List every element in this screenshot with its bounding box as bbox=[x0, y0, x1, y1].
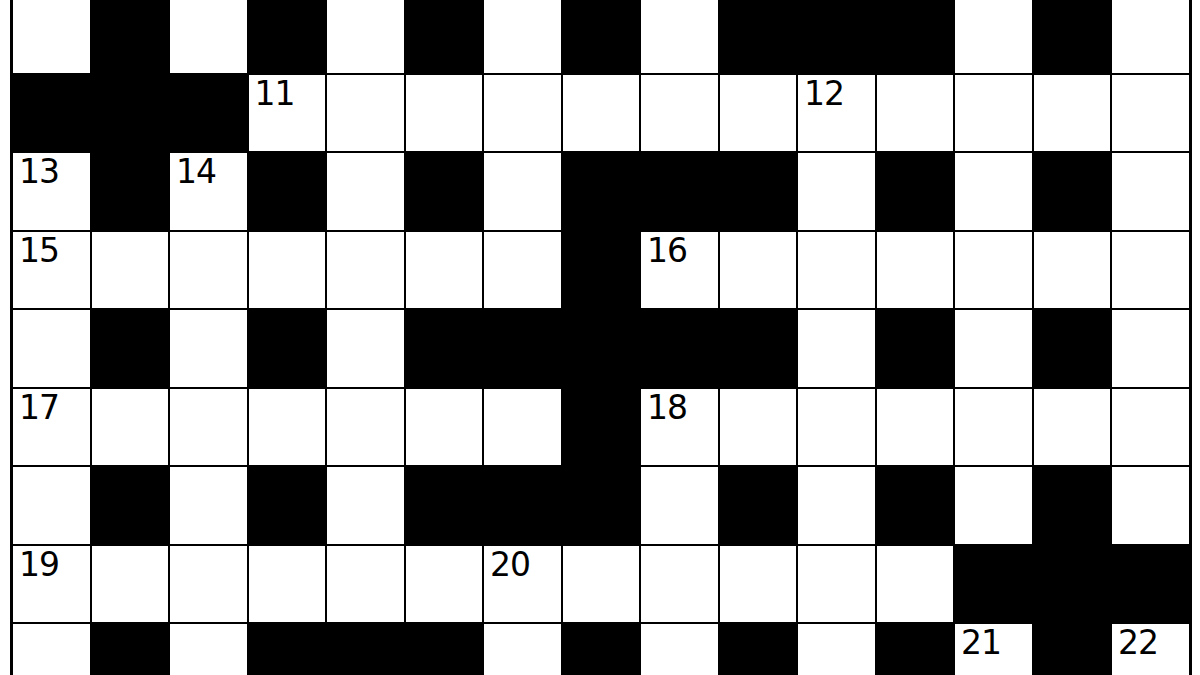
clue-number: 21 bbox=[961, 626, 1001, 659]
cell-r5c15[interactable] bbox=[1112, 310, 1189, 387]
cell-r9c13[interactable]: 21 bbox=[955, 624, 1032, 675]
cell-r1c3[interactable] bbox=[170, 0, 247, 73]
cell-r3c5[interactable] bbox=[327, 153, 404, 230]
cell-r5c7-block bbox=[484, 310, 561, 387]
cell-r2c15[interactable] bbox=[1112, 75, 1189, 152]
cell-r5c4-block bbox=[249, 310, 326, 387]
cell-r2c14[interactable] bbox=[1034, 75, 1111, 152]
cell-r6c8-block bbox=[563, 389, 640, 466]
cell-r8c9[interactable] bbox=[641, 546, 718, 623]
clue-number: 20 bbox=[490, 548, 530, 581]
cell-r6c14[interactable] bbox=[1034, 389, 1111, 466]
cell-r1c9[interactable] bbox=[641, 0, 718, 73]
cell-r7c8-block bbox=[563, 467, 640, 544]
cell-r9c1[interactable] bbox=[13, 624, 90, 675]
cell-r6c3[interactable] bbox=[170, 389, 247, 466]
cell-r1c15[interactable] bbox=[1112, 0, 1189, 73]
cell-r9c6-block bbox=[406, 624, 483, 675]
cell-r8c7[interactable]: 20 bbox=[484, 546, 561, 623]
cell-r9c5-block bbox=[327, 624, 404, 675]
cell-r2c7[interactable] bbox=[484, 75, 561, 152]
cell-r4c1[interactable]: 15 bbox=[13, 232, 90, 309]
clue-number: 19 bbox=[19, 548, 59, 581]
cell-r8c5[interactable] bbox=[327, 546, 404, 623]
cell-r2c11[interactable]: 12 bbox=[798, 75, 875, 152]
cell-r9c3[interactable] bbox=[170, 624, 247, 675]
clue-number: 13 bbox=[19, 155, 59, 188]
cell-r4c11[interactable] bbox=[798, 232, 875, 309]
clue-number: 15 bbox=[19, 234, 59, 267]
cell-r9c15[interactable]: 22 bbox=[1112, 624, 1189, 675]
cell-r5c13[interactable] bbox=[955, 310, 1032, 387]
cell-r8c11[interactable] bbox=[798, 546, 875, 623]
cell-r1c2-block bbox=[92, 0, 169, 73]
cell-r9c12-block bbox=[877, 624, 954, 675]
cell-r2c3-block bbox=[170, 75, 247, 152]
cell-r4c14[interactable] bbox=[1034, 232, 1111, 309]
cell-r1c11-block bbox=[798, 0, 875, 73]
cell-r3c1[interactable]: 13 bbox=[13, 153, 90, 230]
cell-r6c12[interactable] bbox=[877, 389, 954, 466]
cell-r3c2-block bbox=[92, 153, 169, 230]
cell-r2c2-block bbox=[92, 75, 169, 152]
cell-r5c11[interactable] bbox=[798, 310, 875, 387]
cell-r9c7[interactable] bbox=[484, 624, 561, 675]
cell-r7c14-block bbox=[1034, 467, 1111, 544]
cell-r9c9[interactable] bbox=[641, 624, 718, 675]
cell-r2c13[interactable] bbox=[955, 75, 1032, 152]
cell-r7c7-block bbox=[484, 467, 561, 544]
cell-r7c9[interactable] bbox=[641, 467, 718, 544]
cell-r2c1-block bbox=[13, 75, 90, 152]
cell-r3c15[interactable] bbox=[1112, 153, 1189, 230]
cell-r1c7[interactable] bbox=[484, 0, 561, 73]
cell-r4c15[interactable] bbox=[1112, 232, 1189, 309]
cell-r5c10-block bbox=[720, 310, 797, 387]
cell-r2c10[interactable] bbox=[720, 75, 797, 152]
cell-r3c8-block bbox=[563, 153, 640, 230]
cell-r6c9[interactable]: 18 bbox=[641, 389, 718, 466]
cell-r2c12[interactable] bbox=[877, 75, 954, 152]
cell-r5c14-block bbox=[1034, 310, 1111, 387]
cell-r2c8[interactable] bbox=[563, 75, 640, 152]
cell-r1c8-block bbox=[563, 0, 640, 73]
cell-r3c4-block bbox=[249, 153, 326, 230]
cell-r1c6-block bbox=[406, 0, 483, 73]
cell-r6c15[interactable] bbox=[1112, 389, 1189, 466]
cell-r2c5[interactable] bbox=[327, 75, 404, 152]
cell-r6c2[interactable] bbox=[92, 389, 169, 466]
cell-r6c4[interactable] bbox=[249, 389, 326, 466]
cell-r9c4-block bbox=[249, 624, 326, 675]
clue-number: 17 bbox=[19, 391, 59, 424]
cell-r6c10[interactable] bbox=[720, 389, 797, 466]
clue-number: 22 bbox=[1118, 626, 1158, 659]
cell-r6c7[interactable] bbox=[484, 389, 561, 466]
cell-r3c9-block bbox=[641, 153, 718, 230]
cell-r6c1[interactable]: 17 bbox=[13, 389, 90, 466]
cell-r4c12[interactable] bbox=[877, 232, 954, 309]
cell-r3c10-block bbox=[720, 153, 797, 230]
cell-r4c5[interactable] bbox=[327, 232, 404, 309]
cell-r9c8-block bbox=[563, 624, 640, 675]
cell-r4c9[interactable]: 16 bbox=[641, 232, 718, 309]
cell-r4c4[interactable] bbox=[249, 232, 326, 309]
crossword-grid: 111213141516171819202122 bbox=[10, 0, 1192, 675]
cell-r8c1[interactable]: 19 bbox=[13, 546, 90, 623]
cell-r7c2-block bbox=[92, 467, 169, 544]
cell-r7c13[interactable] bbox=[955, 467, 1032, 544]
cell-r8c8[interactable] bbox=[563, 546, 640, 623]
cell-r9c10-block bbox=[720, 624, 797, 675]
cell-r8c6[interactable] bbox=[406, 546, 483, 623]
cell-r7c5[interactable] bbox=[327, 467, 404, 544]
clue-number: 14 bbox=[176, 155, 216, 188]
cell-r5c8-block bbox=[563, 310, 640, 387]
cell-r6c13[interactable] bbox=[955, 389, 1032, 466]
cell-r5c3[interactable] bbox=[170, 310, 247, 387]
clue-number: 18 bbox=[647, 391, 687, 424]
cell-r5c1[interactable] bbox=[13, 310, 90, 387]
cell-r6c6[interactable] bbox=[406, 389, 483, 466]
clue-number: 11 bbox=[255, 77, 295, 110]
cell-r8c3[interactable] bbox=[170, 546, 247, 623]
cell-r2c6[interactable] bbox=[406, 75, 483, 152]
cell-r6c5[interactable] bbox=[327, 389, 404, 466]
cell-r8c4[interactable] bbox=[249, 546, 326, 623]
cell-r7c1[interactable] bbox=[13, 467, 90, 544]
cell-r3c3[interactable]: 14 bbox=[170, 153, 247, 230]
cell-r3c11[interactable] bbox=[798, 153, 875, 230]
cell-r8c12[interactable] bbox=[877, 546, 954, 623]
cell-r9c2-block bbox=[92, 624, 169, 675]
cell-r1c13[interactable] bbox=[955, 0, 1032, 73]
cell-r8c10[interactable] bbox=[720, 546, 797, 623]
cell-r3c6-block bbox=[406, 153, 483, 230]
cell-r7c15[interactable] bbox=[1112, 467, 1189, 544]
cell-r1c10-block bbox=[720, 0, 797, 73]
cell-r5c12-block bbox=[877, 310, 954, 387]
cell-r5c2-block bbox=[92, 310, 169, 387]
cell-r4c3[interactable] bbox=[170, 232, 247, 309]
cell-r5c6-block bbox=[406, 310, 483, 387]
cell-r8c2[interactable] bbox=[92, 546, 169, 623]
cell-r7c6-block bbox=[406, 467, 483, 544]
cell-r6c11[interactable] bbox=[798, 389, 875, 466]
cell-r4c10[interactable] bbox=[720, 232, 797, 309]
cell-r4c2[interactable] bbox=[92, 232, 169, 309]
cell-r9c14-block bbox=[1034, 624, 1111, 675]
cell-r9c11[interactable] bbox=[798, 624, 875, 675]
cell-r8c14-block bbox=[1034, 546, 1111, 623]
cell-r7c10-block bbox=[720, 467, 797, 544]
cell-r8c13-block bbox=[955, 546, 1032, 623]
cell-r4c13[interactable] bbox=[955, 232, 1032, 309]
cell-r7c3[interactable] bbox=[170, 467, 247, 544]
cell-r3c12-block bbox=[877, 153, 954, 230]
cell-r7c11[interactable] bbox=[798, 467, 875, 544]
cell-r1c1[interactable] bbox=[13, 0, 90, 73]
cell-r2c4[interactable]: 11 bbox=[249, 75, 326, 152]
cell-r5c9-block bbox=[641, 310, 718, 387]
cell-r7c12-block bbox=[877, 467, 954, 544]
clue-number: 12 bbox=[804, 77, 844, 110]
cell-r4c6[interactable] bbox=[406, 232, 483, 309]
cell-r4c8-block bbox=[563, 232, 640, 309]
cell-r1c4-block bbox=[249, 0, 326, 73]
clue-number: 16 bbox=[647, 234, 687, 267]
cell-r7c4-block bbox=[249, 467, 326, 544]
cell-r2c9[interactable] bbox=[641, 75, 718, 152]
cell-r5c5[interactable] bbox=[327, 310, 404, 387]
cell-r3c14-block bbox=[1034, 153, 1111, 230]
cell-r3c7[interactable] bbox=[484, 153, 561, 230]
cell-r8c15-block bbox=[1112, 546, 1189, 623]
cell-r1c12-block bbox=[877, 0, 954, 73]
cell-r3c13[interactable] bbox=[955, 153, 1032, 230]
cell-r4c7[interactable] bbox=[484, 232, 561, 309]
cell-r1c5[interactable] bbox=[327, 0, 404, 73]
cell-r1c14-block bbox=[1034, 0, 1111, 73]
